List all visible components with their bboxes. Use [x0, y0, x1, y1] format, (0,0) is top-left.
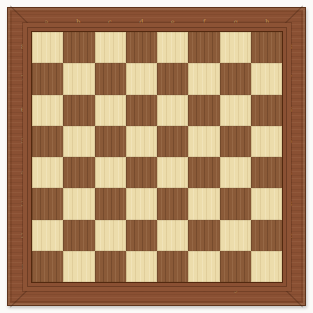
- file-label-top-d: d: [126, 18, 158, 26]
- file-label-bottom-d: d: [126, 285, 158, 293]
- chess-board-frame: abcdefgh abcdefgh 87654321 87654321: [7, 7, 306, 306]
- frame-miter-bottom-left: [10, 281, 36, 307]
- rank-label-left-8: 8: [17, 31, 29, 63]
- photo-background: abcdefgh abcdefgh 87654321 87654321: [0, 0, 313, 313]
- square-h2: [251, 220, 282, 251]
- rank-label-right-6: 6: [284, 94, 296, 126]
- square-e6: [157, 95, 188, 126]
- rank-label-left-2: 2: [17, 220, 29, 252]
- square-d4: [126, 157, 157, 188]
- square-c5: [95, 126, 126, 157]
- square-b8: [63, 32, 94, 63]
- rank-label-right-1: 1: [284, 252, 296, 284]
- rank-label-right-5: 5: [284, 126, 296, 158]
- file-label-bottom-c: c: [94, 285, 126, 293]
- square-e1: [157, 251, 188, 282]
- file-label-bottom-a: a: [31, 285, 63, 293]
- square-e5: [157, 126, 188, 157]
- square-f1: [188, 251, 219, 282]
- square-d7: [126, 63, 157, 94]
- square-d2: [126, 220, 157, 251]
- square-g1: [220, 251, 251, 282]
- square-c3: [95, 188, 126, 219]
- file-labels-bottom: abcdefgh: [31, 285, 283, 293]
- square-h5: [251, 126, 282, 157]
- square-c7: [95, 63, 126, 94]
- square-a7: [32, 63, 63, 94]
- frame-miter-top-left: [10, 5, 36, 31]
- file-labels-top: abcdefgh: [31, 18, 283, 26]
- square-h8: [251, 32, 282, 63]
- square-d5: [126, 126, 157, 157]
- square-d8: [126, 32, 157, 63]
- file-label-bottom-e: e: [157, 285, 189, 293]
- rank-label-left-6: 6: [17, 94, 29, 126]
- rank-label-right-3: 3: [284, 189, 296, 221]
- square-g3: [220, 188, 251, 219]
- file-label-top-f: f: [189, 18, 221, 26]
- rank-label-right-2: 2: [284, 220, 296, 252]
- file-label-top-c: c: [94, 18, 126, 26]
- file-label-top-e: e: [157, 18, 189, 26]
- square-a3: [32, 188, 63, 219]
- square-g5: [220, 126, 251, 157]
- square-f7: [188, 63, 219, 94]
- square-f3: [188, 188, 219, 219]
- square-a1: [32, 251, 63, 282]
- square-d6: [126, 95, 157, 126]
- square-a2: [32, 220, 63, 251]
- file-label-top-h: h: [252, 18, 284, 26]
- square-h1: [251, 251, 282, 282]
- square-g7: [220, 63, 251, 94]
- frame-miter-bottom-right: [277, 281, 303, 307]
- square-g6: [220, 95, 251, 126]
- square-h7: [251, 63, 282, 94]
- rank-label-left-7: 7: [17, 63, 29, 95]
- square-b4: [63, 157, 94, 188]
- rank-label-left-5: 5: [17, 126, 29, 158]
- square-g4: [220, 157, 251, 188]
- file-label-bottom-g: g: [220, 285, 252, 293]
- square-g8: [220, 32, 251, 63]
- square-b3: [63, 188, 94, 219]
- square-b2: [63, 220, 94, 251]
- square-c8: [95, 32, 126, 63]
- square-e7: [157, 63, 188, 94]
- square-h3: [251, 188, 282, 219]
- square-f6: [188, 95, 219, 126]
- square-f5: [188, 126, 219, 157]
- file-label-top-g: g: [220, 18, 252, 26]
- rank-labels-right: 87654321: [284, 31, 296, 283]
- rank-label-left-4: 4: [17, 157, 29, 189]
- file-label-top-a: a: [31, 18, 63, 26]
- rank-labels-left: 87654321: [17, 31, 29, 283]
- square-g2: [220, 220, 251, 251]
- square-e2: [157, 220, 188, 251]
- square-c4: [95, 157, 126, 188]
- square-f4: [188, 157, 219, 188]
- square-e4: [157, 157, 188, 188]
- rank-label-right-8: 8: [284, 31, 296, 63]
- playing-field: [31, 31, 283, 283]
- square-b7: [63, 63, 94, 94]
- file-label-bottom-b: b: [63, 285, 95, 293]
- square-a4: [32, 157, 63, 188]
- square-d3: [126, 188, 157, 219]
- square-a8: [32, 32, 63, 63]
- square-b5: [63, 126, 94, 157]
- rank-label-right-4: 4: [284, 157, 296, 189]
- square-c1: [95, 251, 126, 282]
- square-h4: [251, 157, 282, 188]
- square-c6: [95, 95, 126, 126]
- frame-miter-top-right: [277, 5, 303, 31]
- rank-label-left-3: 3: [17, 189, 29, 221]
- rank-label-right-7: 7: [284, 63, 296, 95]
- square-b6: [63, 95, 94, 126]
- square-b1: [63, 251, 94, 282]
- square-f8: [188, 32, 219, 63]
- square-e3: [157, 188, 188, 219]
- file-label-bottom-h: h: [252, 285, 284, 293]
- square-c2: [95, 220, 126, 251]
- square-h6: [251, 95, 282, 126]
- square-e8: [157, 32, 188, 63]
- rank-label-left-1: 1: [17, 252, 29, 284]
- file-label-top-b: b: [63, 18, 95, 26]
- square-a6: [32, 95, 63, 126]
- square-a5: [32, 126, 63, 157]
- square-d1: [126, 251, 157, 282]
- file-label-bottom-f: f: [189, 285, 221, 293]
- square-f2: [188, 220, 219, 251]
